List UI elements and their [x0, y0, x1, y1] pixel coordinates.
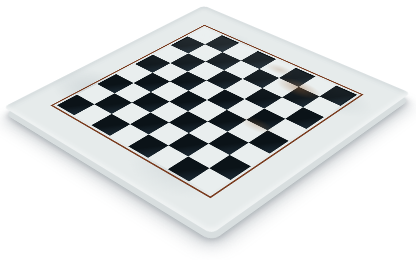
square-g2	[189, 144, 230, 168]
square-h1	[189, 168, 231, 194]
square-e2	[149, 122, 188, 145]
square-d1	[110, 124, 149, 147]
square-g3	[209, 132, 249, 155]
square-d3	[150, 101, 188, 122]
square-c1	[91, 114, 130, 136]
square-f3	[188, 121, 227, 144]
square-h6	[285, 107, 324, 129]
square-g6	[265, 97, 303, 118]
square-h5	[267, 118, 306, 140]
square-g4	[228, 120, 267, 142]
square-g1	[168, 156, 209, 181]
board-surface	[3, 5, 410, 233]
square-f2	[168, 133, 208, 156]
square-g5	[246, 108, 285, 130]
square-h3	[229, 142, 270, 166]
square-f1	[148, 145, 189, 169]
square-c2	[112, 103, 150, 124]
product-photo	[0, 0, 416, 260]
square-e4	[188, 100, 226, 121]
square-e1	[128, 134, 168, 157]
perspective-wrapper	[58, 0, 356, 249]
square-h7	[303, 96, 341, 117]
square-h2	[209, 155, 250, 180]
square-e3	[169, 111, 208, 133]
chess-board	[3, 5, 410, 233]
inlay-border	[51, 25, 364, 198]
square-f5	[226, 99, 264, 120]
square-d2	[130, 112, 169, 134]
square-f4	[208, 110, 247, 132]
square-h4	[249, 130, 289, 153]
board-stage	[58, 0, 356, 249]
square-b1	[74, 104, 112, 125]
